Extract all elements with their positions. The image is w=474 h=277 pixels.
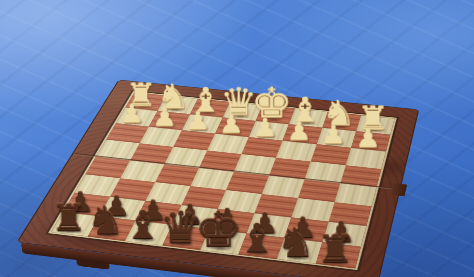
square-r1c3: ♟ <box>215 117 256 137</box>
square-r7c4: ♚ <box>200 229 246 254</box>
square-r3c3 <box>199 150 241 171</box>
square-r7c1: ♞ <box>88 216 136 241</box>
chess-grid: ♜♞♝♛♚♝♞♜♟♟♟♟♟♟♟♟♟♟♟♟♟♟♟♟♜♞♝♛♚♝♞♜ <box>51 92 394 268</box>
board-clasp <box>391 183 407 196</box>
piece-contact-shadow <box>242 246 276 258</box>
square-r4c1 <box>120 160 164 182</box>
square-r1c5: ♟ <box>283 124 323 144</box>
photo-canvas: chess ♜♞♝♛♚♝♞♜♟♟♟♟♟♟♟♟♟♟♟♟♟♟♟♟♜♞♝♛♚♝♞♜ <box>0 0 474 277</box>
piece-contact-shadow <box>204 242 238 254</box>
square-r2c5 <box>276 140 317 161</box>
chess-board: ♜♞♝♛♚♝♞♜♟♟♟♟♟♟♟♟♟♟♟♟♟♟♟♟♜♞♝♛♚♝♞♜ <box>16 79 419 277</box>
square-r3c0 <box>96 139 140 160</box>
piece-contact-shadow <box>320 255 354 267</box>
piece-contact-shadow <box>92 229 126 240</box>
square-r5c2 <box>146 182 191 205</box>
piece-contact-shadow <box>166 237 200 249</box>
piece-contact-shadow <box>250 226 283 237</box>
square-r6c6: ♟ <box>284 217 328 242</box>
square-r1c6: ♟ <box>317 127 357 147</box>
square-r3c1 <box>130 143 173 164</box>
scene: ♜♞♝♛♚♝♞♜♟♟♟♟♟♟♟♟♟♟♟♟♟♟♟♟♜♞♝♛♚♝♞♜ <box>0 0 474 277</box>
square-r7c3: ♛ <box>162 224 209 249</box>
piece-contact-shadow <box>129 233 163 244</box>
square-r7c6: ♞ <box>277 237 322 263</box>
square-r2c7 <box>346 147 386 168</box>
square-r7c0: ♜ <box>51 212 99 236</box>
square-r1c7: ♟ <box>351 131 390 151</box>
square-r0c6: ♞ <box>322 111 361 130</box>
board-frame: ♜♞♝♛♚♝♞♜♟♟♟♟♟♟♟♟♟♟♟♟♟♟♟♟♜♞♝♛♚♝♞♜ <box>16 79 419 277</box>
piece-contact-shadow <box>55 224 89 235</box>
piece-contact-shadow <box>281 251 315 263</box>
board-foot <box>76 259 109 269</box>
